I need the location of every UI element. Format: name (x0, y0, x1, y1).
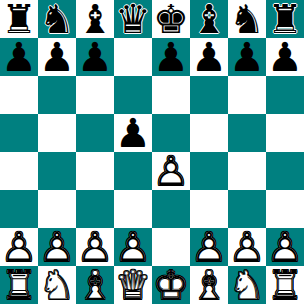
square-h4[interactable] (266, 152, 304, 190)
white-knight-b1[interactable]: ♞♘ (38, 266, 76, 304)
square-c6[interactable] (76, 76, 114, 114)
piece-glyph: ♞ (228, 0, 266, 38)
piece-glyph: ♞ (228, 266, 266, 304)
square-h8[interactable]: ♜ (266, 0, 304, 38)
piece-glyph: ♟ (76, 38, 114, 76)
black-pawn-f7[interactable]: ♟ (190, 38, 228, 76)
square-h1[interactable]: ♜♖ (266, 266, 304, 304)
square-g8[interactable]: ♞ (228, 0, 266, 38)
square-e8[interactable]: ♚ (152, 0, 190, 38)
white-bishop-c1[interactable]: ♝♗ (76, 266, 114, 304)
piece-outline-glyph: ♙ (190, 228, 228, 266)
black-rook-a8[interactable]: ♜ (0, 0, 38, 38)
square-e7[interactable]: ♟ (152, 38, 190, 76)
square-c1[interactable]: ♝♗ (76, 266, 114, 304)
black-pawn-h7[interactable]: ♟ (266, 38, 304, 76)
square-a6[interactable] (0, 76, 38, 114)
square-d8[interactable]: ♛ (114, 0, 152, 38)
piece-outline-glyph: ♗ (76, 266, 114, 304)
black-pawn-a7[interactable]: ♟ (0, 38, 38, 76)
black-rook-h8[interactable]: ♜ (266, 0, 304, 38)
piece-outline-glyph: ♘ (38, 266, 76, 304)
square-a4[interactable] (0, 152, 38, 190)
square-g5[interactable] (228, 114, 266, 152)
piece-glyph: ♜ (266, 266, 304, 304)
square-h5[interactable] (266, 114, 304, 152)
white-pawn-b2[interactable]: ♟♙ (38, 228, 76, 266)
square-f6[interactable] (190, 76, 228, 114)
white-knight-g1[interactable]: ♞♘ (228, 266, 266, 304)
square-h3[interactable] (266, 190, 304, 228)
piece-glyph: ♜ (0, 266, 38, 304)
piece-outline-glyph: ♘ (228, 266, 266, 304)
piece-outline-glyph: ♙ (228, 228, 266, 266)
piece-glyph: ♟ (152, 152, 190, 190)
square-e5[interactable] (152, 114, 190, 152)
piece-glyph: ♟ (190, 228, 228, 266)
square-c7[interactable]: ♟ (76, 38, 114, 76)
piece-outline-glyph: ♔ (152, 266, 190, 304)
square-b3[interactable] (38, 190, 76, 228)
white-pawn-h2[interactable]: ♟♙ (266, 228, 304, 266)
square-f8[interactable]: ♝ (190, 0, 228, 38)
black-pawn-g7[interactable]: ♟ (228, 38, 266, 76)
piece-glyph: ♟ (266, 38, 304, 76)
piece-outline-glyph: ♙ (38, 228, 76, 266)
black-queen-d8[interactable]: ♛ (114, 0, 152, 38)
square-f2[interactable]: ♟♙ (190, 228, 228, 266)
square-d3[interactable] (114, 190, 152, 228)
piece-outline-glyph: ♙ (114, 228, 152, 266)
square-f1[interactable]: ♝♗ (190, 266, 228, 304)
piece-glyph: ♟ (266, 228, 304, 266)
piece-glyph: ♟ (152, 38, 190, 76)
square-a2[interactable]: ♟♙ (0, 228, 38, 266)
square-b1[interactable]: ♞♘ (38, 266, 76, 304)
square-g3[interactable] (228, 190, 266, 228)
square-b5[interactable] (38, 114, 76, 152)
piece-glyph: ♟ (0, 38, 38, 76)
square-c5[interactable] (76, 114, 114, 152)
white-pawn-c2[interactable]: ♟♙ (76, 228, 114, 266)
square-f5[interactable] (190, 114, 228, 152)
square-h6[interactable] (266, 76, 304, 114)
square-g4[interactable] (228, 152, 266, 190)
square-a7[interactable]: ♟ (0, 38, 38, 76)
piece-outline-glyph: ♕ (114, 266, 152, 304)
square-g6[interactable] (228, 76, 266, 114)
white-pawn-e4[interactable]: ♟♙ (152, 152, 190, 190)
square-c3[interactable] (76, 190, 114, 228)
piece-glyph: ♝ (76, 266, 114, 304)
white-queen-d1[interactable]: ♛♕ (114, 266, 152, 304)
piece-outline-glyph: ♖ (0, 266, 38, 304)
piece-glyph: ♟ (76, 228, 114, 266)
piece-outline-glyph: ♙ (76, 228, 114, 266)
square-g2[interactable]: ♟♙ (228, 228, 266, 266)
white-king-e1[interactable]: ♚♔ (152, 266, 190, 304)
white-pawn-a2[interactable]: ♟♙ (0, 228, 38, 266)
square-h2[interactable]: ♟♙ (266, 228, 304, 266)
square-b4[interactable] (38, 152, 76, 190)
black-knight-g8[interactable]: ♞ (228, 0, 266, 38)
black-knight-b8[interactable]: ♞ (38, 0, 76, 38)
black-bishop-f8[interactable]: ♝ (190, 0, 228, 38)
piece-outline-glyph: ♙ (152, 152, 190, 190)
square-d4[interactable] (114, 152, 152, 190)
white-rook-h1[interactable]: ♜♖ (266, 266, 304, 304)
square-a1[interactable]: ♜♖ (0, 266, 38, 304)
square-a3[interactable] (0, 190, 38, 228)
square-a5[interactable] (0, 114, 38, 152)
white-pawn-g2[interactable]: ♟♙ (228, 228, 266, 266)
white-bishop-f1[interactable]: ♝♗ (190, 266, 228, 304)
square-e4[interactable]: ♟♙ (152, 152, 190, 190)
piece-glyph: ♞ (38, 266, 76, 304)
chess-board: ♜♞♝♛♚♝♞♜♟♟♟♟♟♟♟♟♟♙♟♙♟♙♟♙♟♙♟♙♟♙♟♙♜♖♞♘♝♗♛♕… (0, 0, 304, 304)
piece-glyph: ♛ (114, 266, 152, 304)
piece-glyph: ♟ (190, 38, 228, 76)
square-d5[interactable]: ♟ (114, 114, 152, 152)
square-a8[interactable]: ♜ (0, 0, 38, 38)
square-d2[interactable]: ♟♙ (114, 228, 152, 266)
square-f3[interactable] (190, 190, 228, 228)
square-b2[interactable]: ♟♙ (38, 228, 76, 266)
piece-glyph: ♚ (152, 0, 190, 38)
black-pawn-c7[interactable]: ♟ (76, 38, 114, 76)
square-d6[interactable] (114, 76, 152, 114)
square-b7[interactable]: ♟ (38, 38, 76, 76)
piece-glyph: ♜ (0, 0, 38, 38)
black-pawn-e7[interactable]: ♟ (152, 38, 190, 76)
square-d7[interactable] (114, 38, 152, 76)
square-b8[interactable]: ♞ (38, 0, 76, 38)
piece-glyph: ♛ (114, 0, 152, 38)
square-c8[interactable]: ♝ (76, 0, 114, 38)
square-f7[interactable]: ♟ (190, 38, 228, 76)
square-e1[interactable]: ♚♔ (152, 266, 190, 304)
square-g1[interactable]: ♞♘ (228, 266, 266, 304)
piece-glyph: ♝ (190, 266, 228, 304)
square-c4[interactable] (76, 152, 114, 190)
piece-glyph: ♟ (114, 228, 152, 266)
black-pawn-b7[interactable]: ♟ (38, 38, 76, 76)
black-pawn-d5[interactable]: ♟ (114, 114, 152, 152)
white-pawn-f2[interactable]: ♟♙ (190, 228, 228, 266)
square-c2[interactable]: ♟♙ (76, 228, 114, 266)
black-bishop-c8[interactable]: ♝ (76, 0, 114, 38)
piece-glyph: ♚ (152, 266, 190, 304)
white-pawn-d2[interactable]: ♟♙ (114, 228, 152, 266)
piece-glyph: ♞ (38, 0, 76, 38)
piece-glyph: ♟ (38, 38, 76, 76)
square-e6[interactable] (152, 76, 190, 114)
piece-glyph: ♝ (190, 0, 228, 38)
white-rook-a1[interactable]: ♜♖ (0, 266, 38, 304)
piece-glyph: ♟ (114, 114, 152, 152)
piece-glyph: ♟ (0, 228, 38, 266)
piece-outline-glyph: ♙ (0, 228, 38, 266)
piece-glyph: ♝ (76, 0, 114, 38)
square-e3[interactable] (152, 190, 190, 228)
square-f4[interactable] (190, 152, 228, 190)
square-e2[interactable] (152, 228, 190, 266)
piece-outline-glyph: ♖ (266, 266, 304, 304)
piece-outline-glyph: ♙ (266, 228, 304, 266)
square-g7[interactable]: ♟ (228, 38, 266, 76)
square-h7[interactable]: ♟ (266, 38, 304, 76)
black-king-e8[interactable]: ♚ (152, 0, 190, 38)
square-b6[interactable] (38, 76, 76, 114)
piece-glyph: ♟ (38, 228, 76, 266)
piece-glyph: ♟ (228, 228, 266, 266)
piece-outline-glyph: ♗ (190, 266, 228, 304)
piece-glyph: ♟ (228, 38, 266, 76)
square-d1[interactable]: ♛♕ (114, 266, 152, 304)
piece-glyph: ♜ (266, 0, 304, 38)
